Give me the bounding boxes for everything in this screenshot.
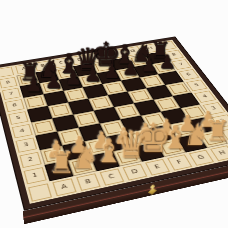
piece-black-pawn: ♟ xyxy=(140,56,157,75)
piece-black-pawn: ♟ xyxy=(64,68,82,88)
piece-black-pawn: ♟ xyxy=(158,53,175,72)
chess-set-product-photo[interactable]: ABCDEFGH8877665544332211ABCDEFGH ♜♞♝♛♚♝♞… xyxy=(0,0,228,228)
piece-black-pawn: ♟ xyxy=(44,72,62,92)
piece-black-pawn: ♟ xyxy=(121,59,139,79)
piece-cell: ♟ xyxy=(20,83,44,98)
chess-board: ABCDEFGH8877665544332211ABCDEFGH ♜♞♝♛♚♝♞… xyxy=(0,37,228,211)
scene-3d: ABCDEFGH8877665544332211ABCDEFGH ♜♞♝♛♚♝♞… xyxy=(3,4,225,226)
piece-white-rook: ♜ xyxy=(48,148,75,178)
piece-black-pawn: ♟ xyxy=(102,62,120,82)
piece-black-pawn: ♟ xyxy=(83,65,101,85)
piece-black-pawn: ♟ xyxy=(24,75,42,95)
piece-cell: ♜ xyxy=(44,160,73,181)
brass-clasp-icon xyxy=(148,183,157,195)
